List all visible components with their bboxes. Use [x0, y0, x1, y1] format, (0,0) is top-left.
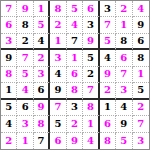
sudoku-cell-r4c1[interactable]: 9: [1, 50, 17, 66]
sudoku-cell-r3c2[interactable]: 2: [17, 34, 33, 50]
entered-digit: 2: [120, 4, 127, 14]
sudoku-cell-r1c8[interactable]: 2: [116, 1, 132, 17]
given-digit: 9: [120, 119, 127, 129]
sudoku-cell-r2c8[interactable]: 1: [116, 17, 132, 33]
sudoku-cell-r6c5[interactable]: 8: [67, 83, 83, 99]
given-digit: 1: [5, 85, 12, 95]
entered-digit: 8: [104, 136, 111, 146]
sudoku-cell-r1c6[interactable]: 6: [83, 1, 99, 17]
sudoku-cell-r6c2[interactable]: 4: [17, 83, 33, 99]
sudoku-cell-r5c9[interactable]: 1: [133, 67, 149, 83]
entered-digit: 2: [5, 136, 12, 146]
sudoku-cell-r4c8[interactable]: 6: [116, 50, 132, 66]
entered-digit: 4: [71, 20, 78, 30]
sudoku-cell-r4c3[interactable]: 2: [34, 50, 50, 66]
entered-digit: 6: [87, 4, 94, 14]
entered-digit: 7: [137, 119, 144, 129]
entered-digit: 3: [55, 53, 62, 63]
sudoku-cell-r7c7[interactable]: 1: [100, 100, 116, 116]
entered-digit: 9: [71, 136, 78, 146]
sudoku-cell-r4c9[interactable]: 8: [133, 50, 149, 66]
entered-digit: 9: [104, 69, 111, 79]
entered-digit: 2: [38, 53, 45, 63]
sudoku-cell-r3c6[interactable]: 9: [83, 34, 99, 50]
entered-digit: 8: [38, 119, 45, 129]
sudoku-cell-r6c1[interactable]: 1: [1, 83, 17, 99]
sudoku-cell-r1c1[interactable]: 7: [1, 1, 17, 17]
sudoku-cell-r3c3[interactable]: 4: [34, 34, 50, 50]
sudoku-cell-r1c7[interactable]: 3: [100, 1, 116, 17]
entered-digit: 1: [137, 69, 144, 79]
given-digit: 1: [104, 102, 111, 112]
sudoku-cell-r6c4[interactable]: 9: [50, 83, 66, 99]
sudoku-cell-r9c2[interactable]: 1: [17, 133, 33, 149]
given-digit: 4: [104, 53, 111, 63]
given-digit: 7: [71, 36, 78, 46]
entered-digit: 7: [120, 69, 127, 79]
entered-digit: 2: [55, 20, 62, 30]
entered-digit: 8: [55, 4, 62, 14]
given-digit: 6: [38, 85, 45, 95]
given-digit: 3: [104, 4, 111, 14]
sudoku-cell-r9c1[interactable]: 2: [1, 133, 17, 149]
sudoku-cell-r1c4[interactable]: 8: [50, 1, 66, 17]
entered-digit: 2: [137, 102, 144, 112]
entered-digit: 6: [71, 69, 78, 79]
sudoku-cell-r8c2[interactable]: 3: [17, 116, 33, 132]
sudoku-cell-r3c1[interactable]: 3: [1, 34, 17, 50]
sudoku-cell-r4c7[interactable]: 4: [100, 50, 116, 66]
entered-digit: 3: [5, 36, 12, 46]
entered-digit: 1: [55, 36, 62, 46]
given-digit: 7: [38, 136, 45, 146]
sudoku-cell-r5c1[interactable]: 8: [1, 67, 17, 83]
entered-digit: 3: [120, 85, 127, 95]
sudoku-cell-r8c8[interactable]: 9: [116, 116, 132, 132]
sudoku-cell-r1c9[interactable]: 4: [133, 1, 149, 17]
sudoku-cell-r4c2[interactable]: 7: [17, 50, 33, 66]
given-digit: 9: [137, 20, 144, 30]
sudoku-cell-r6c9[interactable]: 5: [133, 83, 149, 99]
entered-digit: 6: [55, 136, 62, 146]
sudoku-cell-r2c6[interactable]: 3: [83, 17, 99, 33]
sudoku-cell-r5c8[interactable]: 7: [116, 67, 132, 83]
given-digit: 9: [55, 85, 62, 95]
entered-digit: 1: [87, 119, 94, 129]
given-digit: 2: [87, 69, 94, 79]
entered-digit: 4: [137, 4, 144, 14]
given-digit: 4: [120, 102, 127, 112]
entered-digit: 7: [104, 20, 111, 30]
sudoku-cell-r8c5[interactable]: 2: [67, 116, 83, 132]
entered-digit: 4: [87, 136, 94, 146]
entered-digit: 1: [120, 20, 127, 30]
entered-digit: 1: [38, 4, 45, 14]
sudoku-cell-r9c4[interactable]: 6: [50, 133, 66, 149]
sudoku-cell-r3c9[interactable]: 6: [133, 34, 149, 50]
entered-digit: 3: [22, 119, 29, 129]
entered-digit: 1: [22, 136, 29, 146]
entered-digit: 7: [87, 85, 94, 95]
entered-digit: 3: [137, 136, 144, 146]
given-digit: 9: [5, 53, 12, 63]
sudoku-cell-r9c6[interactable]: 4: [83, 133, 99, 149]
given-digit: 5: [55, 119, 62, 129]
sudoku-board: 7918563246852437193241795869723154688534…: [0, 0, 150, 150]
entered-digit: 9: [22, 4, 29, 14]
sudoku-cell-r2c1[interactable]: 6: [1, 17, 17, 33]
given-digit: 3: [87, 20, 94, 30]
sudoku-cell-r3c8[interactable]: 8: [116, 34, 132, 50]
given-digit: 8: [137, 53, 144, 63]
sudoku-cell-r8c1[interactable]: 4: [1, 116, 17, 132]
sudoku-cell-r2c2[interactable]: 8: [17, 17, 33, 33]
entered-digit: 9: [38, 102, 45, 112]
sudoku-cell-r7c1[interactable]: 5: [1, 100, 17, 116]
sudoku-cell-r6c7[interactable]: 2: [100, 83, 116, 99]
entered-digit: 9: [87, 36, 94, 46]
given-digit: 4: [5, 119, 12, 129]
sudoku-cell-r7c3[interactable]: 9: [34, 100, 50, 116]
sudoku-cell-r3c5[interactable]: 7: [67, 34, 83, 50]
sudoku-cell-r9c9[interactable]: 3: [133, 133, 149, 149]
sudoku-cell-r7c6[interactable]: 8: [83, 100, 99, 116]
sudoku-cell-r8c9[interactable]: 7: [133, 116, 149, 132]
sudoku-cell-r3c4[interactable]: 1: [50, 34, 66, 50]
sudoku-cell-r6c6[interactable]: 7: [83, 83, 99, 99]
sudoku-cell-r4c6[interactable]: 5: [83, 50, 99, 66]
entered-digit: 5: [104, 36, 111, 46]
sudoku-cell-r1c2[interactable]: 9: [17, 1, 33, 17]
entered-digit: 8: [5, 69, 12, 79]
entered-digit: 8: [87, 102, 94, 112]
entered-digit: 5: [71, 4, 78, 14]
sudoku-cell-r2c3[interactable]: 5: [34, 17, 50, 33]
sudoku-cell-r4c5[interactable]: 1: [67, 50, 83, 66]
sudoku-cell-r5c7[interactable]: 9: [100, 67, 116, 83]
entered-digit: 6: [5, 20, 12, 30]
sudoku-cell-r5c5[interactable]: 6: [67, 67, 83, 83]
given-digit: 3: [71, 102, 78, 112]
sudoku-cell-r7c4[interactable]: 7: [50, 100, 66, 116]
entered-digit: 6: [104, 119, 111, 129]
given-digit: 8: [22, 20, 29, 30]
entered-digit: 5: [120, 136, 127, 146]
sudoku-cell-r8c7[interactable]: 6: [100, 116, 116, 132]
given-digit: 4: [38, 36, 45, 46]
entered-digit: 5: [22, 69, 29, 79]
sudoku-cell-r9c8[interactable]: 5: [116, 133, 132, 149]
sudoku-cell-r3c7[interactable]: 5: [100, 34, 116, 50]
entered-digit: 7: [5, 4, 12, 14]
given-digit: 5: [137, 85, 144, 95]
entered-digit: 2: [104, 85, 111, 95]
sudoku-cell-r9c3[interactable]: 7: [34, 133, 50, 149]
sudoku-cell-r1c3[interactable]: 1: [34, 1, 50, 17]
given-digit: 5: [87, 53, 94, 63]
entered-digit: 8: [71, 85, 78, 95]
sudoku-cell-r8c4[interactable]: 5: [50, 116, 66, 132]
sudoku-cell-r4c4[interactable]: 3: [50, 50, 66, 66]
sudoku-cell-r7c5[interactable]: 3: [67, 100, 83, 116]
given-digit: 8: [120, 36, 127, 46]
sudoku-cell-r8c3[interactable]: 8: [34, 116, 50, 132]
sudoku-cell-r7c8[interactable]: 4: [116, 100, 132, 116]
given-digit: 4: [55, 69, 62, 79]
sudoku-cell-r5c4[interactable]: 4: [50, 67, 66, 83]
entered-digit: 7: [22, 53, 29, 63]
given-digit: 6: [137, 36, 144, 46]
sudoku-cell-r5c3[interactable]: 3: [34, 67, 50, 83]
sudoku-cell-r5c2[interactable]: 5: [17, 67, 33, 83]
given-digit: 5: [5, 102, 12, 112]
sudoku-cell-r1c5[interactable]: 5: [67, 1, 83, 17]
sudoku-cell-r6c8[interactable]: 3: [116, 83, 132, 99]
sudoku-cell-r9c5[interactable]: 9: [67, 133, 83, 149]
sudoku-cell-r2c5[interactable]: 4: [67, 17, 83, 33]
given-digit: 6: [22, 102, 29, 112]
given-digit: 2: [22, 36, 29, 46]
entered-digit: 7: [55, 102, 62, 112]
entered-digit: 3: [38, 69, 45, 79]
sudoku-cell-r7c9[interactable]: 2: [133, 100, 149, 116]
entered-digit: 5: [38, 20, 45, 30]
sudoku-cell-r2c4[interactable]: 2: [50, 17, 66, 33]
sudoku-cell-r9c7[interactable]: 8: [100, 133, 116, 149]
sudoku-cell-r5c6[interactable]: 2: [83, 67, 99, 83]
sudoku-cell-r2c9[interactable]: 9: [133, 17, 149, 33]
sudoku-cell-r7c2[interactable]: 6: [17, 100, 33, 116]
sudoku-cell-r6c3[interactable]: 6: [34, 83, 50, 99]
entered-digit: 6: [120, 53, 127, 63]
sudoku-cell-r2c7[interactable]: 7: [100, 17, 116, 33]
entered-digit: 4: [22, 85, 29, 95]
entered-digit: 1: [71, 53, 78, 63]
entered-digit: 2: [71, 119, 78, 129]
sudoku-cell-r8c6[interactable]: 1: [83, 116, 99, 132]
